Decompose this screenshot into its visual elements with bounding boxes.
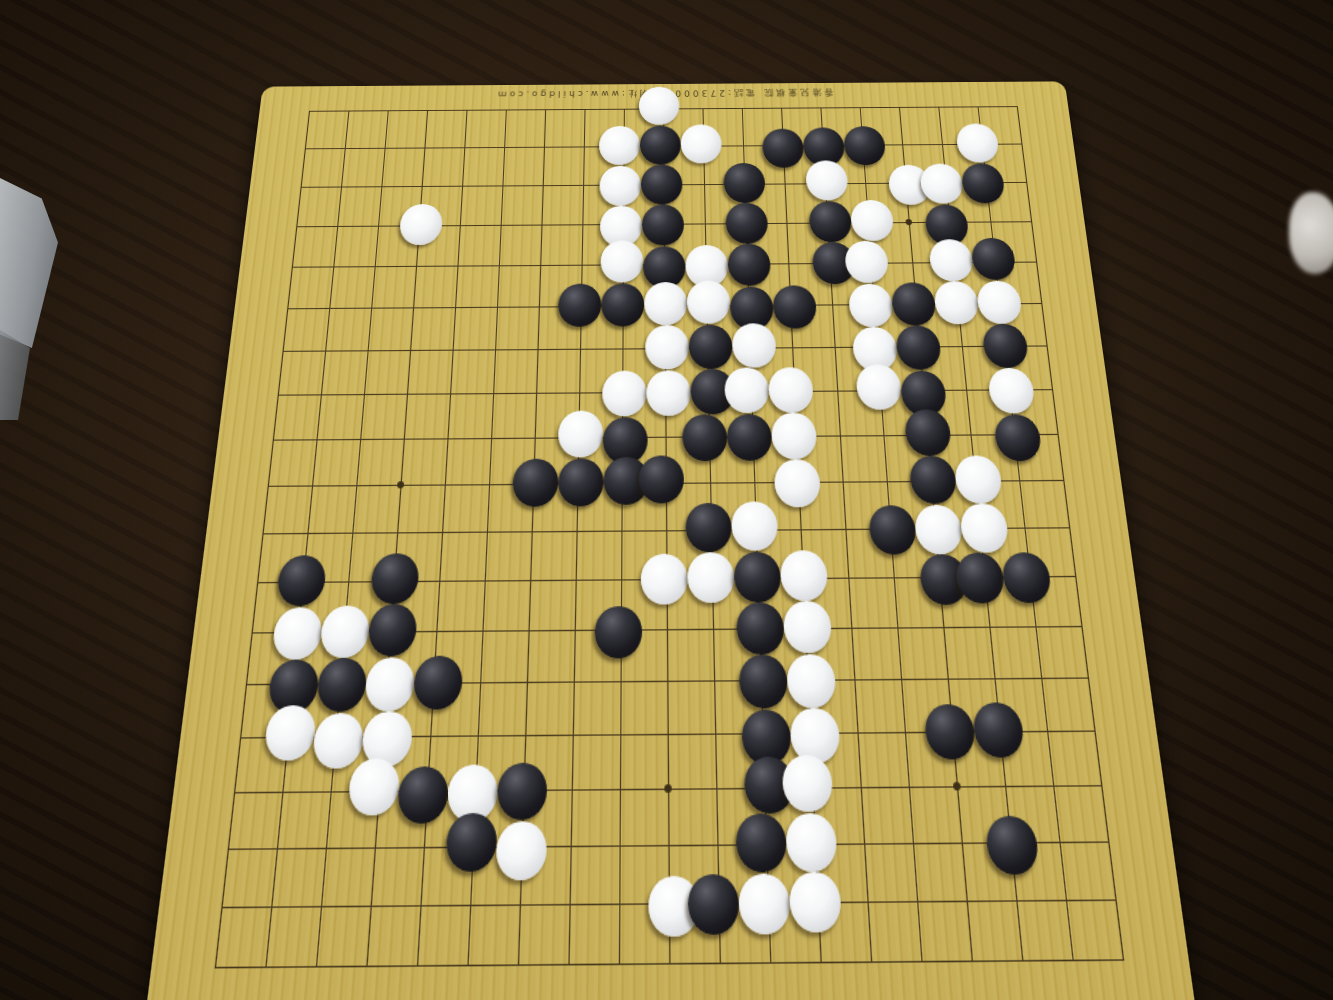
black-stone[interactable] <box>642 205 684 246</box>
white-stone[interactable] <box>601 371 645 417</box>
white-stone[interactable] <box>686 281 730 324</box>
white-stone[interactable] <box>687 552 735 603</box>
black-stone[interactable] <box>682 415 728 462</box>
white-stone[interactable] <box>641 554 688 605</box>
star-point <box>664 784 671 793</box>
black-stone[interactable] <box>594 606 642 659</box>
white-stone[interactable] <box>599 126 640 165</box>
star-point <box>396 481 403 488</box>
black-stone[interactable] <box>688 324 732 368</box>
white-stone[interactable] <box>646 370 690 416</box>
white-stone[interactable] <box>599 165 641 205</box>
board-grid-area[interactable] <box>214 106 1124 968</box>
white-stone[interactable] <box>639 87 680 125</box>
black-stone[interactable] <box>725 203 768 244</box>
black-stone[interactable] <box>685 503 732 553</box>
go-board-wrapper: 香港兒童棋院 電話:27300088 網址:www.childgo.com 香港… <box>263 84 1065 884</box>
black-stone[interactable] <box>688 875 740 936</box>
white-stone[interactable] <box>600 241 643 283</box>
go-board[interactable]: 香港兒童棋院 電話:27300088 網址:www.childgo.com 香港… <box>137 81 1204 1000</box>
black-stone[interactable] <box>557 284 601 327</box>
black-stone[interactable] <box>557 458 603 506</box>
white-stone[interactable] <box>680 124 722 163</box>
black-stone[interactable] <box>639 456 685 504</box>
star-point <box>952 782 960 791</box>
background-object-plastic-bag <box>1289 192 1333 274</box>
white-stone[interactable] <box>644 282 687 325</box>
black-stone[interactable] <box>640 125 681 164</box>
white-stone[interactable] <box>645 325 689 370</box>
white-stone[interactable] <box>557 411 603 458</box>
star-point <box>905 219 912 225</box>
black-stone[interactable] <box>723 162 766 202</box>
black-stone[interactable] <box>600 283 643 326</box>
black-stone[interactable] <box>641 164 683 204</box>
